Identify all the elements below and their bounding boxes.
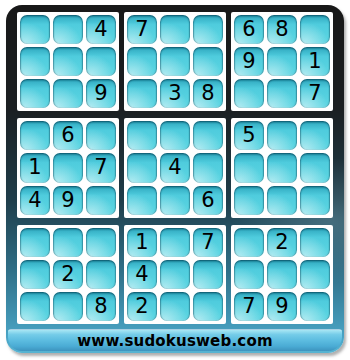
sudoku-cell-r5c5[interactable]: 4: [160, 153, 190, 182]
sudoku-cell-r7c5[interactable]: [160, 228, 190, 257]
sudoku-cell-r9c9[interactable]: [300, 292, 330, 321]
sudoku-cell-r2c5[interactable]: [160, 47, 190, 76]
sudoku-cell-r4c2[interactable]: 6: [53, 121, 83, 150]
sudoku-cell-r6c5[interactable]: [160, 186, 190, 215]
sudoku-cell-r7c4[interactable]: 1: [127, 228, 157, 257]
sudoku-cell-r3c8[interactable]: [267, 79, 297, 108]
sudoku-box: 5: [231, 118, 333, 217]
sudoku-cell-r6c3[interactable]: [86, 186, 116, 215]
sudoku-cell-r6c9[interactable]: [300, 186, 330, 215]
sudoku-cell-r8c3[interactable]: [86, 260, 116, 289]
sudoku-cell-r8c2[interactable]: 2: [53, 260, 83, 289]
sudoku-cell-r9c5[interactable]: [160, 292, 190, 321]
sudoku-cell-r7c9[interactable]: [300, 228, 330, 257]
page-background: 497386891761749465281742279 www.sudokusw…: [0, 0, 350, 360]
sudoku-cell-r5c6[interactable]: [193, 153, 223, 182]
sudoku-cell-r5c9[interactable]: [300, 153, 330, 182]
sudoku-cell-r3c3[interactable]: 9: [86, 79, 116, 108]
sudoku-box: 28: [17, 225, 119, 324]
sudoku-box: 1742: [124, 225, 226, 324]
sudoku-cell-r1c3[interactable]: 4: [86, 15, 116, 44]
sudoku-cell-r9c1[interactable]: [20, 292, 50, 321]
sudoku-cell-r1c6[interactable]: [193, 15, 223, 44]
sudoku-board: 497386891761749465281742279: [17, 12, 333, 324]
sudoku-cell-r1c7[interactable]: 6: [234, 15, 264, 44]
sudoku-cell-r4c8[interactable]: [267, 121, 297, 150]
sudoku-cell-r4c3[interactable]: [86, 121, 116, 150]
sudoku-cell-r8c8[interactable]: [267, 260, 297, 289]
site-url: www.sudokusweb.com: [77, 332, 272, 350]
sudoku-cell-r8c9[interactable]: [300, 260, 330, 289]
sudoku-cell-r4c1[interactable]: [20, 121, 50, 150]
sudoku-cell-r3c6[interactable]: 8: [193, 79, 223, 108]
sudoku-cell-r6c1[interactable]: 4: [20, 186, 50, 215]
sudoku-cell-r6c2[interactable]: 9: [53, 186, 83, 215]
sudoku-cell-r6c7[interactable]: [234, 186, 264, 215]
sudoku-frame: 497386891761749465281742279 www.sudokusw…: [6, 5, 344, 353]
sudoku-cell-r8c5[interactable]: [160, 260, 190, 289]
sudoku-cell-r5c8[interactable]: [267, 153, 297, 182]
sudoku-box: 49: [17, 12, 119, 111]
sudoku-cell-r2c8[interactable]: [267, 47, 297, 76]
sudoku-cell-r5c1[interactable]: 1: [20, 153, 50, 182]
sudoku-cell-r9c8[interactable]: 9: [267, 292, 297, 321]
sudoku-cell-r8c7[interactable]: [234, 260, 264, 289]
sudoku-cell-r7c3[interactable]: [86, 228, 116, 257]
sudoku-cell-r3c9[interactable]: 7: [300, 79, 330, 108]
sudoku-cell-r3c1[interactable]: [20, 79, 50, 108]
sudoku-cell-r1c1[interactable]: [20, 15, 50, 44]
sudoku-cell-r8c4[interactable]: 4: [127, 260, 157, 289]
sudoku-cell-r2c7[interactable]: 9: [234, 47, 264, 76]
sudoku-cell-r2c2[interactable]: [53, 47, 83, 76]
sudoku-cell-r2c9[interactable]: 1: [300, 47, 330, 76]
sudoku-cell-r7c1[interactable]: [20, 228, 50, 257]
sudoku-cell-r7c2[interactable]: [53, 228, 83, 257]
sudoku-cell-r8c1[interactable]: [20, 260, 50, 289]
sudoku-box: 46: [124, 118, 226, 217]
sudoku-cell-r4c7[interactable]: 5: [234, 121, 264, 150]
sudoku-cell-r6c6[interactable]: 6: [193, 186, 223, 215]
sudoku-cell-r5c4[interactable]: [127, 153, 157, 182]
sudoku-cell-r2c6[interactable]: [193, 47, 223, 76]
sudoku-cell-r2c3[interactable]: [86, 47, 116, 76]
sudoku-cell-r9c2[interactable]: [53, 292, 83, 321]
sudoku-cell-r9c6[interactable]: [193, 292, 223, 321]
sudoku-cell-r3c7[interactable]: [234, 79, 264, 108]
sudoku-box: 68917: [231, 12, 333, 111]
sudoku-cell-r8c6[interactable]: [193, 260, 223, 289]
sudoku-cell-r3c2[interactable]: [53, 79, 83, 108]
sudoku-box: 738: [124, 12, 226, 111]
footer-bar: www.sudokusweb.com: [8, 329, 342, 351]
sudoku-cell-r4c5[interactable]: [160, 121, 190, 150]
sudoku-cell-r5c3[interactable]: 7: [86, 153, 116, 182]
sudoku-cell-r7c7[interactable]: [234, 228, 264, 257]
sudoku-cell-r6c8[interactable]: [267, 186, 297, 215]
sudoku-cell-r2c1[interactable]: [20, 47, 50, 76]
sudoku-cell-r1c9[interactable]: [300, 15, 330, 44]
sudoku-cell-r5c7[interactable]: [234, 153, 264, 182]
sudoku-cell-r1c4[interactable]: 7: [127, 15, 157, 44]
sudoku-cell-r9c3[interactable]: 8: [86, 292, 116, 321]
sudoku-box: 61749: [17, 118, 119, 217]
sudoku-cell-r4c6[interactable]: [193, 121, 223, 150]
sudoku-box: 279: [231, 225, 333, 324]
sudoku-cell-r7c8[interactable]: 2: [267, 228, 297, 257]
sudoku-cell-r1c8[interactable]: 8: [267, 15, 297, 44]
sudoku-cell-r4c9[interactable]: [300, 121, 330, 150]
sudoku-cell-r7c6[interactable]: 7: [193, 228, 223, 257]
sudoku-cell-r6c4[interactable]: [127, 186, 157, 215]
sudoku-cell-r9c4[interactable]: 2: [127, 292, 157, 321]
sudoku-cell-r3c5[interactable]: 3: [160, 79, 190, 108]
sudoku-cell-r3c4[interactable]: [127, 79, 157, 108]
sudoku-cell-r9c7[interactable]: 7: [234, 292, 264, 321]
sudoku-cell-r4c4[interactable]: [127, 121, 157, 150]
sudoku-cell-r5c2[interactable]: [53, 153, 83, 182]
sudoku-cell-r1c5[interactable]: [160, 15, 190, 44]
sudoku-cell-r1c2[interactable]: [53, 15, 83, 44]
sudoku-cell-r2c4[interactable]: [127, 47, 157, 76]
